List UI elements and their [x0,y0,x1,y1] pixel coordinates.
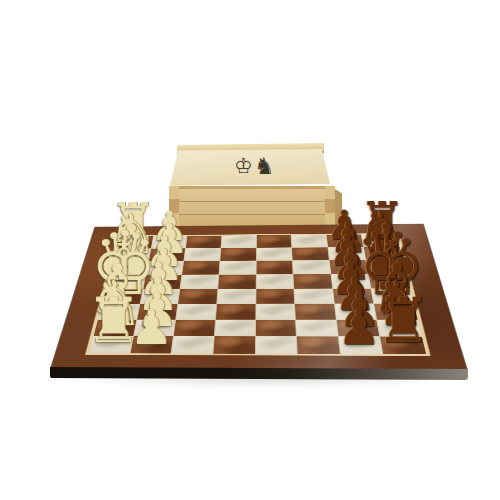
board-square [89,336,133,353]
board-square [380,337,426,355]
board-square [377,320,421,337]
board-square [176,304,216,319]
board-square [256,320,296,336]
board-square [184,248,220,261]
board-trim-line [84,233,431,356]
board-square [333,289,374,304]
board-square [218,275,255,289]
board-square [134,320,176,336]
board-square [94,320,136,336]
board-square [219,261,255,275]
board-square [117,236,153,248]
board-square [294,274,332,288]
board-square [291,235,327,248]
board-square [140,289,180,304]
board-square [113,249,150,262]
board-square [366,260,406,274]
board-square [256,248,292,261]
board-square [256,289,294,304]
board-square [297,337,340,354]
board-square [296,320,338,336]
board-square [106,275,145,289]
board-square [295,304,336,320]
board-square [362,234,400,247]
board-square [256,274,293,288]
board-square [372,288,414,303]
board-grid [89,234,426,354]
board-square [330,260,369,274]
board-square [364,247,403,260]
board-square [216,304,255,320]
board-square [110,262,148,275]
white-king-silhouette-icon: ♔ [234,156,253,177]
board-square [339,337,383,355]
box-finger-joint-right [325,186,335,227]
board-square [331,274,371,288]
board-side-edge [50,367,468,380]
board-square [130,336,173,353]
board-square [174,320,215,336]
board-square [335,304,377,320]
board-square [294,289,333,304]
board-square [151,236,187,248]
board-square [374,304,417,320]
board-square [98,304,139,319]
board-square [256,261,293,275]
board-square [337,320,380,337]
board-square [255,337,297,354]
board-square [326,235,363,248]
product-photo-stage: ♔ ♞ ♜♟♟♜♞♟♟♞♝♟♟♝♛♟♟♛♚♟♟♚♝♟♟♝♞♟♟♞♜♟♟♜ [0,0,500,500]
chess-board [51,224,467,370]
board-square [215,320,255,336]
board-square [293,260,331,274]
box-right-side [335,189,342,227]
board-square [172,336,214,353]
board-square [221,235,256,247]
board-square [328,247,366,260]
board-square [180,275,218,289]
board-square [256,304,295,320]
box-finger-joint-left [169,186,179,227]
board-square [256,235,291,247]
board-square [178,289,217,304]
board-square [186,236,221,248]
board-square [137,304,178,319]
box-lid: ♔ ♞ [170,149,330,187]
board-square [292,247,329,260]
board-square [220,248,256,261]
board-square [102,289,142,304]
board-square [182,261,219,275]
board-square [369,274,410,288]
black-knight-silhouette-icon: ♞ [254,155,275,178]
board-square [146,261,184,274]
board-square [213,336,254,353]
board-square [149,248,186,261]
board-square [143,275,182,289]
board-square [217,289,255,304]
